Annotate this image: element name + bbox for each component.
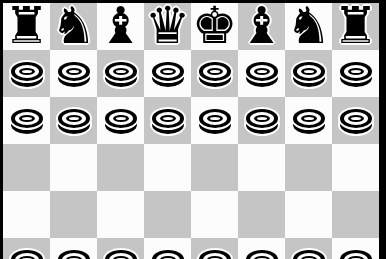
white-disc-pawn: [340, 250, 372, 259]
square-b4[interactable]: [50, 191, 97, 238]
disc-center-slit: [257, 117, 267, 120]
black-rook: ♜: [3, 3, 50, 50]
square-f8[interactable]: ♝: [238, 3, 285, 50]
square-g5[interactable]: [285, 144, 332, 191]
white-disc-pawn: [246, 250, 278, 259]
black-disc-pawn: [293, 62, 325, 88]
disc-center-slit: [22, 70, 32, 73]
black-disc-pawn: [11, 62, 43, 88]
square-h4[interactable]: [332, 191, 379, 238]
square-g3[interactable]: [285, 238, 332, 259]
black-disc-pawn: [11, 109, 43, 135]
black-disc-pawn: [58, 62, 90, 88]
square-c4[interactable]: [97, 191, 144, 238]
white-disc-pawn: [58, 250, 90, 259]
square-a7[interactable]: [3, 50, 50, 97]
square-e5[interactable]: [191, 144, 238, 191]
black-bishop: ♝: [97, 3, 144, 50]
black-knight: ♞: [50, 3, 97, 50]
square-b5[interactable]: [50, 144, 97, 191]
square-e6[interactable]: [191, 97, 238, 144]
square-d5[interactable]: [144, 144, 191, 191]
square-h3[interactable]: [332, 238, 379, 259]
square-f3[interactable]: [238, 238, 285, 259]
black-disc-pawn: [152, 62, 184, 88]
square-e3[interactable]: [191, 238, 238, 259]
disc-center-slit: [304, 70, 314, 73]
square-a6[interactable]: [3, 97, 50, 144]
white-disc-pawn: [11, 250, 43, 259]
square-c7[interactable]: [97, 50, 144, 97]
white-disc-pawn: [105, 250, 137, 259]
square-g8[interactable]: ♞: [285, 3, 332, 50]
disc-center-slit: [257, 70, 267, 73]
black-disc-pawn: [105, 62, 137, 88]
square-h5[interactable]: [332, 144, 379, 191]
disc-center-slit: [163, 117, 173, 120]
square-e4[interactable]: [191, 191, 238, 238]
square-b3[interactable]: [50, 238, 97, 259]
black-disc-pawn: [58, 109, 90, 135]
square-f5[interactable]: [238, 144, 285, 191]
square-h7[interactable]: [332, 50, 379, 97]
square-b7[interactable]: [50, 50, 97, 97]
white-disc-pawn: [293, 250, 325, 259]
square-d3[interactable]: [144, 238, 191, 259]
disc-center-slit: [351, 70, 361, 73]
disc-center-slit: [304, 117, 314, 120]
white-disc-pawn: [199, 250, 231, 259]
square-a3[interactable]: [3, 238, 50, 259]
disc-center-slit: [351, 117, 361, 120]
disc-center-slit: [69, 117, 79, 120]
disc-center-slit: [163, 70, 173, 73]
black-disc-pawn: [199, 62, 231, 88]
white-disc-pawn: [152, 250, 184, 259]
disc-center-slit: [69, 70, 79, 73]
square-d6[interactable]: [144, 97, 191, 144]
black-king: ♚: [191, 3, 238, 50]
square-f6[interactable]: [238, 97, 285, 144]
disc-center-slit: [22, 117, 32, 120]
black-disc-pawn: [199, 109, 231, 135]
black-disc-pawn: [340, 109, 372, 135]
square-c3[interactable]: [97, 238, 144, 259]
black-disc-pawn: [340, 62, 372, 88]
disc-center-slit: [116, 70, 126, 73]
square-e8[interactable]: ♚: [191, 3, 238, 50]
black-disc-pawn: [246, 62, 278, 88]
square-f4[interactable]: [238, 191, 285, 238]
board: ♜♞♝♛♚♝♞♜: [3, 3, 379, 259]
square-a5[interactable]: [3, 144, 50, 191]
square-a4[interactable]: [3, 191, 50, 238]
square-h6[interactable]: [332, 97, 379, 144]
black-disc-pawn: [105, 109, 137, 135]
square-h8[interactable]: ♜: [332, 3, 379, 50]
square-b8[interactable]: ♞: [50, 3, 97, 50]
disc-center-slit: [116, 117, 126, 120]
square-g6[interactable]: [285, 97, 332, 144]
square-e7[interactable]: [191, 50, 238, 97]
square-g4[interactable]: [285, 191, 332, 238]
square-c6[interactable]: [97, 97, 144, 144]
game-screen: ♜♞♝♛♚♝♞♜: [0, 0, 386, 259]
black-knight: ♞: [285, 3, 332, 50]
black-disc-pawn: [293, 109, 325, 135]
black-disc-pawn: [152, 109, 184, 135]
square-f7[interactable]: [238, 50, 285, 97]
disc-center-slit: [210, 70, 220, 73]
black-disc-pawn: [246, 109, 278, 135]
square-c5[interactable]: [97, 144, 144, 191]
square-g7[interactable]: [285, 50, 332, 97]
square-b6[interactable]: [50, 97, 97, 144]
black-queen: ♛: [144, 3, 191, 50]
square-a8[interactable]: ♜: [3, 3, 50, 50]
square-d4[interactable]: [144, 191, 191, 238]
square-d8[interactable]: ♛: [144, 3, 191, 50]
square-d7[interactable]: [144, 50, 191, 97]
square-c8[interactable]: ♝: [97, 3, 144, 50]
black-rook: ♜: [332, 3, 379, 50]
disc-center-slit: [210, 117, 220, 120]
black-bishop: ♝: [238, 3, 285, 50]
